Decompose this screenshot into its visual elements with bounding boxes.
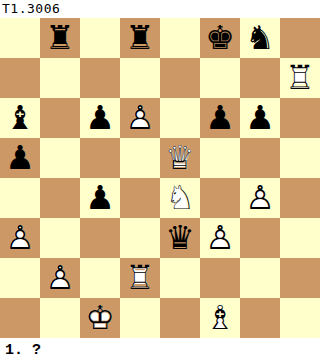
black-rook-icon: ♜ <box>120 18 160 58</box>
square-h6[interactable] <box>280 98 320 138</box>
black-pawn-icon: ♟ <box>240 98 280 138</box>
square-d7[interactable] <box>120 58 160 98</box>
square-f3[interactable]: ♟♙ <box>200 218 240 258</box>
square-h8[interactable] <box>280 18 320 58</box>
square-a6[interactable]: ♝ <box>0 98 40 138</box>
black-pawn-icon: ♟ <box>0 138 40 178</box>
square-e2[interactable] <box>160 258 200 298</box>
square-d3[interactable] <box>120 218 160 258</box>
square-f4[interactable] <box>200 178 240 218</box>
square-e3[interactable]: ♛ <box>160 218 200 258</box>
square-g1[interactable] <box>240 298 280 338</box>
black-pawn-icon: ♟ <box>80 98 120 138</box>
square-g7[interactable] <box>240 58 280 98</box>
white-knight-icon: ♞♘ <box>160 178 200 218</box>
black-bishop-icon: ♝ <box>0 98 40 138</box>
square-h3[interactable] <box>280 218 320 258</box>
square-b5[interactable] <box>40 138 80 178</box>
square-c2[interactable] <box>80 258 120 298</box>
square-c1[interactable]: ♚♔ <box>80 298 120 338</box>
square-a4[interactable] <box>0 178 40 218</box>
puzzle-id: T1.3006 <box>0 0 320 18</box>
white-pawn-icon: ♟♙ <box>240 178 280 218</box>
square-c3[interactable] <box>80 218 120 258</box>
square-g2[interactable] <box>240 258 280 298</box>
square-e8[interactable] <box>160 18 200 58</box>
square-c4[interactable]: ♟ <box>80 178 120 218</box>
square-e7[interactable] <box>160 58 200 98</box>
square-g5[interactable] <box>240 138 280 178</box>
square-e6[interactable] <box>160 98 200 138</box>
square-d2[interactable]: ♜♖ <box>120 258 160 298</box>
square-g8[interactable]: ♞ <box>240 18 280 58</box>
square-c5[interactable] <box>80 138 120 178</box>
square-b2[interactable]: ♟♙ <box>40 258 80 298</box>
square-b8[interactable]: ♜ <box>40 18 80 58</box>
square-e1[interactable] <box>160 298 200 338</box>
black-rook-icon: ♜ <box>40 18 80 58</box>
square-f8[interactable]: ♚ <box>200 18 240 58</box>
black-pawn-icon: ♟ <box>80 178 120 218</box>
chess-board: ♜♜♚♞♜♖♝♟♟♙♟♟♟♛♕♟♞♘♟♙♟♙♛♟♙♟♙♜♖♚♔♝♗ <box>0 18 320 338</box>
square-d5[interactable] <box>120 138 160 178</box>
square-h2[interactable] <box>280 258 320 298</box>
square-e4[interactable]: ♞♘ <box>160 178 200 218</box>
square-a3[interactable]: ♟♙ <box>0 218 40 258</box>
square-f6[interactable]: ♟ <box>200 98 240 138</box>
square-a8[interactable] <box>0 18 40 58</box>
white-king-icon: ♚♔ <box>80 298 120 338</box>
white-pawn-icon: ♟♙ <box>200 218 240 258</box>
square-b4[interactable] <box>40 178 80 218</box>
black-pawn-icon: ♟ <box>200 98 240 138</box>
square-b1[interactable] <box>40 298 80 338</box>
square-f5[interactable] <box>200 138 240 178</box>
black-knight-icon: ♞ <box>240 18 280 58</box>
white-rook-icon: ♜♖ <box>120 258 160 298</box>
square-c8[interactable] <box>80 18 120 58</box>
square-d1[interactable] <box>120 298 160 338</box>
square-h1[interactable] <box>280 298 320 338</box>
black-king-icon: ♚ <box>200 18 240 58</box>
square-a1[interactable] <box>0 298 40 338</box>
square-b7[interactable] <box>40 58 80 98</box>
square-h7[interactable]: ♜♖ <box>280 58 320 98</box>
square-d4[interactable] <box>120 178 160 218</box>
square-h4[interactable] <box>280 178 320 218</box>
square-c6[interactable]: ♟ <box>80 98 120 138</box>
white-pawn-icon: ♟♙ <box>0 218 40 258</box>
square-f2[interactable] <box>200 258 240 298</box>
square-f1[interactable]: ♝♗ <box>200 298 240 338</box>
square-g4[interactable]: ♟♙ <box>240 178 280 218</box>
black-queen-icon: ♛ <box>160 218 200 258</box>
white-rook-icon: ♜♖ <box>280 58 320 98</box>
square-b6[interactable] <box>40 98 80 138</box>
square-d6[interactable]: ♟♙ <box>120 98 160 138</box>
white-queen-icon: ♛♕ <box>160 138 200 178</box>
white-bishop-icon: ♝♗ <box>200 298 240 338</box>
square-d8[interactable]: ♜ <box>120 18 160 58</box>
square-e5[interactable]: ♛♕ <box>160 138 200 178</box>
square-g6[interactable]: ♟ <box>240 98 280 138</box>
square-f7[interactable] <box>200 58 240 98</box>
white-pawn-icon: ♟♙ <box>40 258 80 298</box>
square-a7[interactable] <box>0 58 40 98</box>
square-a2[interactable] <box>0 258 40 298</box>
square-a5[interactable]: ♟ <box>0 138 40 178</box>
square-g3[interactable] <box>240 218 280 258</box>
square-h5[interactable] <box>280 138 320 178</box>
move-prompt: 1. ? <box>0 338 320 360</box>
square-b3[interactable] <box>40 218 80 258</box>
white-pawn-icon: ♟♙ <box>120 98 160 138</box>
square-c7[interactable] <box>80 58 120 98</box>
